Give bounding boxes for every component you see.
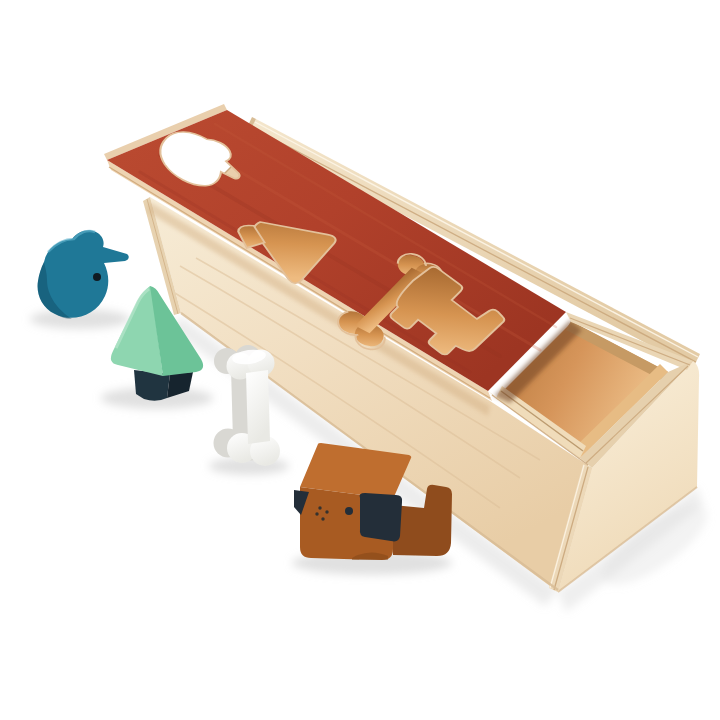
dog-eye [345, 507, 353, 515]
bird-eye [93, 273, 101, 281]
product-photo [0, 0, 720, 720]
dog-ear [360, 493, 403, 541]
toy-scene [0, 0, 720, 720]
